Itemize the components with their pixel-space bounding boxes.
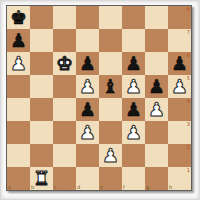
- square-c5[interactable]: [53, 75, 76, 98]
- black-pawn[interactable]: ♟: [125, 98, 142, 121]
- square-d5[interactable]: ♟: [76, 75, 99, 98]
- square-h3[interactable]: 3: [168, 121, 191, 144]
- square-e7[interactable]: [99, 29, 122, 52]
- rank-label-5: 5: [187, 75, 190, 81]
- square-h2[interactable]: 2: [168, 144, 191, 167]
- square-e5[interactable]: ♝: [99, 75, 122, 98]
- file-label-a: a: [8, 184, 11, 190]
- white-pawn[interactable]: ♟: [148, 98, 165, 121]
- white-rook[interactable]: ♜: [33, 167, 50, 190]
- square-g4[interactable]: ♟: [145, 98, 168, 121]
- white-pawn[interactable]: ♟: [171, 75, 188, 98]
- square-f3[interactable]: ♟: [122, 121, 145, 144]
- square-b3[interactable]: [30, 121, 53, 144]
- square-e3[interactable]: [99, 121, 122, 144]
- black-pawn[interactable]: ♟: [10, 29, 27, 52]
- white-pawn[interactable]: ♟: [102, 144, 119, 167]
- square-c2[interactable]: [53, 144, 76, 167]
- square-f4[interactable]: ♟: [122, 98, 145, 121]
- square-g8[interactable]: [145, 6, 168, 29]
- square-b6[interactable]: [30, 52, 53, 75]
- rank-label-2: 2: [187, 144, 190, 150]
- rank-label-1: 1: [187, 167, 190, 173]
- square-g6[interactable]: [145, 52, 168, 75]
- square-e8[interactable]: [99, 6, 122, 29]
- square-c4[interactable]: [53, 98, 76, 121]
- square-h5[interactable]: ♟5: [168, 75, 191, 98]
- black-pawn[interactable]: ♟: [171, 52, 188, 75]
- square-c8[interactable]: [53, 6, 76, 29]
- file-label-d: d: [77, 184, 80, 190]
- square-c6[interactable]: ♚: [53, 52, 76, 75]
- file-label-g: g: [146, 184, 149, 190]
- chess-board-frame: ♚8♟7♟♚♟♟♟6♟♝♟♟♟5♟♟♟4♟♟3♟2a♜bcdefg1h: [6, 5, 192, 191]
- square-d3[interactable]: ♟: [76, 121, 99, 144]
- white-pawn[interactable]: ♟: [125, 121, 142, 144]
- square-h8[interactable]: 8: [168, 6, 191, 29]
- white-pawn[interactable]: ♟: [10, 52, 27, 75]
- square-a1[interactable]: a: [7, 167, 30, 190]
- square-h1[interactable]: 1h: [168, 167, 191, 190]
- square-f2[interactable]: [122, 144, 145, 167]
- white-pawn[interactable]: ♟: [79, 75, 96, 98]
- square-d6[interactable]: ♟: [76, 52, 99, 75]
- square-f7[interactable]: [122, 29, 145, 52]
- black-pawn[interactable]: ♟: [79, 98, 96, 121]
- square-a5[interactable]: [7, 75, 30, 98]
- file-label-b: b: [31, 184, 34, 190]
- square-g2[interactable]: [145, 144, 168, 167]
- square-d1[interactable]: d: [76, 167, 99, 190]
- square-b8[interactable]: [30, 6, 53, 29]
- square-a7[interactable]: ♟: [7, 29, 30, 52]
- square-c3[interactable]: [53, 121, 76, 144]
- square-g1[interactable]: g: [145, 167, 168, 190]
- black-pawn[interactable]: ♟: [125, 52, 142, 75]
- square-c7[interactable]: [53, 29, 76, 52]
- square-f8[interactable]: [122, 6, 145, 29]
- square-f5[interactable]: ♟: [122, 75, 145, 98]
- black-bishop[interactable]: ♝: [102, 75, 119, 98]
- square-g5[interactable]: ♟: [145, 75, 168, 98]
- square-b7[interactable]: [30, 29, 53, 52]
- square-h6[interactable]: ♟6: [168, 52, 191, 75]
- square-a4[interactable]: [7, 98, 30, 121]
- black-pawn[interactable]: ♟: [148, 75, 165, 98]
- square-b2[interactable]: [30, 144, 53, 167]
- file-label-e: e: [100, 184, 103, 190]
- chess-board: ♚8♟7♟♚♟♟♟6♟♝♟♟♟5♟♟♟4♟♟3♟2a♜bcdefg1h: [7, 6, 191, 190]
- square-g7[interactable]: [145, 29, 168, 52]
- rank-label-6: 6: [187, 52, 190, 58]
- square-b4[interactable]: [30, 98, 53, 121]
- file-label-h: h: [169, 184, 172, 190]
- square-d2[interactable]: [76, 144, 99, 167]
- square-a2[interactable]: [7, 144, 30, 167]
- black-pawn[interactable]: ♟: [79, 52, 96, 75]
- square-a8[interactable]: ♚: [7, 6, 30, 29]
- square-c1[interactable]: c: [53, 167, 76, 190]
- rank-label-3: 3: [187, 121, 190, 127]
- square-e2[interactable]: ♟: [99, 144, 122, 167]
- white-king[interactable]: ♚: [56, 52, 73, 75]
- square-e6[interactable]: [99, 52, 122, 75]
- rank-label-4: 4: [187, 98, 190, 104]
- rank-label-7: 7: [187, 29, 190, 35]
- square-d8[interactable]: [76, 6, 99, 29]
- square-e4[interactable]: [99, 98, 122, 121]
- square-b5[interactable]: [30, 75, 53, 98]
- file-label-c: c: [54, 184, 57, 190]
- square-a6[interactable]: ♟: [7, 52, 30, 75]
- square-f6[interactable]: ♟: [122, 52, 145, 75]
- square-d4[interactable]: ♟: [76, 98, 99, 121]
- square-e1[interactable]: e: [99, 167, 122, 190]
- square-b1[interactable]: ♜b: [30, 167, 53, 190]
- square-h7[interactable]: 7: [168, 29, 191, 52]
- white-pawn[interactable]: ♟: [125, 75, 142, 98]
- square-d7[interactable]: [76, 29, 99, 52]
- black-king[interactable]: ♚: [10, 6, 27, 29]
- square-g3[interactable]: [145, 121, 168, 144]
- square-h4[interactable]: 4: [168, 98, 191, 121]
- white-pawn[interactable]: ♟: [79, 121, 96, 144]
- square-a3[interactable]: [7, 121, 30, 144]
- square-f1[interactable]: f: [122, 167, 145, 190]
- file-label-f: f: [123, 184, 125, 190]
- rank-label-8: 8: [187, 6, 190, 12]
